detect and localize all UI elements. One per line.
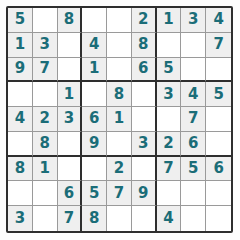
cell-r6c8: 6	[181, 132, 206, 157]
cell-r1c5[interactable]	[107, 8, 132, 33]
cell-r2c8[interactable]	[181, 33, 206, 58]
cell-r8c3: 6	[58, 181, 83, 206]
cell-r3c4: 1	[82, 58, 107, 83]
cell-r2c1: 1	[8, 33, 33, 58]
sudoku-board: 5821341348797165183454236178932681275665…	[6, 6, 233, 233]
cell-r7c5: 2	[107, 157, 132, 182]
cell-r3c8[interactable]	[181, 58, 206, 83]
cell-r4c1[interactable]	[8, 82, 33, 107]
cell-r5c5: 1	[107, 107, 132, 132]
cell-r4c7: 3	[157, 82, 182, 107]
cell-r4c5: 8	[107, 82, 132, 107]
cell-r8c8[interactable]	[181, 181, 206, 206]
cell-r1c8: 3	[181, 8, 206, 33]
cell-r3c6: 6	[132, 58, 157, 83]
cell-r8c9[interactable]	[206, 181, 231, 206]
cell-r1c6: 2	[132, 8, 157, 33]
cell-r1c9: 4	[206, 8, 231, 33]
cell-r2c9: 7	[206, 33, 231, 58]
cell-r1c3: 8	[58, 8, 83, 33]
cell-r5c1: 4	[8, 107, 33, 132]
cell-r2c7[interactable]	[157, 33, 182, 58]
cell-r7c3[interactable]	[58, 157, 83, 182]
cell-r7c8: 5	[181, 157, 206, 182]
cell-r6c7: 2	[157, 132, 182, 157]
cell-r9c5[interactable]	[107, 206, 132, 231]
cell-r6c1[interactable]	[8, 132, 33, 157]
cell-r7c9: 6	[206, 157, 231, 182]
cell-r8c4: 5	[82, 181, 107, 206]
cell-r6c5[interactable]	[107, 132, 132, 157]
cell-r4c2[interactable]	[33, 82, 58, 107]
cell-r5c2: 2	[33, 107, 58, 132]
cell-r8c6: 9	[132, 181, 157, 206]
cell-r5c6[interactable]	[132, 107, 157, 132]
cell-r4c8: 4	[181, 82, 206, 107]
cell-r9c8[interactable]	[181, 206, 206, 231]
cell-r8c1[interactable]	[8, 181, 33, 206]
cell-r3c3[interactable]	[58, 58, 83, 83]
cell-r6c4: 9	[82, 132, 107, 157]
cell-r3c7: 5	[157, 58, 182, 83]
cell-r5c8: 7	[181, 107, 206, 132]
cell-r2c3[interactable]	[58, 33, 83, 58]
cell-r6c9[interactable]	[206, 132, 231, 157]
cell-r3c1: 9	[8, 58, 33, 83]
cell-r9c9[interactable]	[206, 206, 231, 231]
cell-r7c2: 1	[33, 157, 58, 182]
cell-r9c7: 4	[157, 206, 182, 231]
cell-r7c6[interactable]	[132, 157, 157, 182]
cell-r3c9[interactable]	[206, 58, 231, 83]
cell-r7c4[interactable]	[82, 157, 107, 182]
cell-r2c5[interactable]	[107, 33, 132, 58]
cell-r2c4: 4	[82, 33, 107, 58]
cell-r1c4[interactable]	[82, 8, 107, 33]
cell-r6c6: 3	[132, 132, 157, 157]
cell-r2c2: 3	[33, 33, 58, 58]
cell-r4c9: 5	[206, 82, 231, 107]
cell-r1c1: 5	[8, 8, 33, 33]
cell-r3c5[interactable]	[107, 58, 132, 83]
cell-r8c7[interactable]	[157, 181, 182, 206]
cell-r8c5: 7	[107, 181, 132, 206]
cell-r5c9[interactable]	[206, 107, 231, 132]
cell-r6c3[interactable]	[58, 132, 83, 157]
cell-r3c2: 7	[33, 58, 58, 83]
cell-r9c1: 3	[8, 206, 33, 231]
cell-r1c7: 1	[157, 8, 182, 33]
cell-r5c7[interactable]	[157, 107, 182, 132]
sudoku-app: 5821341348797165183454236178932681275665…	[0, 0, 240, 240]
cell-r9c6[interactable]	[132, 206, 157, 231]
cell-r2c6: 8	[132, 33, 157, 58]
cell-r4c6[interactable]	[132, 82, 157, 107]
cell-r4c4[interactable]	[82, 82, 107, 107]
cell-r4c3: 1	[58, 82, 83, 107]
cell-r5c3: 3	[58, 107, 83, 132]
cell-r5c4: 6	[82, 107, 107, 132]
cell-r9c2[interactable]	[33, 206, 58, 231]
cell-r6c2: 8	[33, 132, 58, 157]
cell-r9c4: 8	[82, 206, 107, 231]
cell-r8c2[interactable]	[33, 181, 58, 206]
cell-r1c2[interactable]	[33, 8, 58, 33]
cell-r7c1: 8	[8, 157, 33, 182]
cell-r7c7: 7	[157, 157, 182, 182]
cell-r9c3: 7	[58, 206, 83, 231]
